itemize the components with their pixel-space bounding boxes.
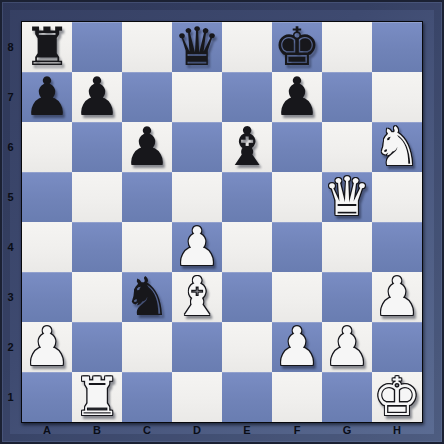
- square-h5[interactable]: [372, 172, 422, 222]
- square-a8[interactable]: ♜: [22, 22, 72, 72]
- square-d7[interactable]: [172, 72, 222, 122]
- piece-black-knight[interactable]: ♞: [123, 272, 171, 322]
- file-label-h: H: [372, 423, 422, 439]
- piece-white-pawn[interactable]: ♟: [23, 322, 71, 372]
- rank-label-8: 8: [0, 22, 21, 72]
- square-h7[interactable]: [372, 72, 422, 122]
- piece-white-king[interactable]: ♚: [373, 372, 421, 422]
- square-e2[interactable]: [222, 322, 272, 372]
- square-d6[interactable]: [172, 122, 222, 172]
- chess-board: ♜♛♚♟♟♟♟♝♞♛♟♞♝♟♟♟♟♜♚: [21, 21, 423, 423]
- square-d2[interactable]: [172, 322, 222, 372]
- file-label-a: A: [22, 423, 72, 439]
- piece-black-bishop[interactable]: ♝: [223, 122, 271, 172]
- square-c4[interactable]: [122, 222, 172, 272]
- file-label-d: D: [172, 423, 222, 439]
- piece-white-pawn[interactable]: ♟: [173, 222, 221, 272]
- rank-label-2: 2: [0, 322, 21, 372]
- file-label-b: B: [72, 423, 122, 439]
- square-g5[interactable]: ♛: [322, 172, 372, 222]
- square-g3[interactable]: [322, 272, 372, 322]
- square-b8[interactable]: [72, 22, 122, 72]
- square-h6[interactable]: ♞: [372, 122, 422, 172]
- square-g1[interactable]: [322, 372, 372, 422]
- square-c5[interactable]: [122, 172, 172, 222]
- piece-white-rook[interactable]: ♜: [73, 372, 121, 422]
- rank-label-6: 6: [0, 122, 21, 172]
- square-e1[interactable]: [222, 372, 272, 422]
- square-d3[interactable]: ♝: [172, 272, 222, 322]
- square-a5[interactable]: [22, 172, 72, 222]
- square-a2[interactable]: ♟: [22, 322, 72, 372]
- square-h1[interactable]: ♚: [372, 372, 422, 422]
- square-h8[interactable]: [372, 22, 422, 72]
- square-c1[interactable]: [122, 372, 172, 422]
- square-b1[interactable]: ♜: [72, 372, 122, 422]
- file-label-c: C: [122, 423, 172, 439]
- square-e5[interactable]: [222, 172, 272, 222]
- square-g2[interactable]: ♟: [322, 322, 372, 372]
- file-labels: ABCDEFGH: [22, 423, 422, 439]
- piece-white-pawn[interactable]: ♟: [323, 322, 371, 372]
- square-b3[interactable]: [72, 272, 122, 322]
- square-c2[interactable]: [122, 322, 172, 372]
- square-f4[interactable]: [272, 222, 322, 272]
- square-d8[interactable]: ♛: [172, 22, 222, 72]
- rank-labels: 87654321: [0, 22, 21, 422]
- square-e3[interactable]: [222, 272, 272, 322]
- piece-white-pawn[interactable]: ♟: [273, 322, 321, 372]
- piece-black-pawn[interactable]: ♟: [273, 72, 321, 122]
- piece-white-queen[interactable]: ♛: [323, 172, 371, 222]
- square-f8[interactable]: ♚: [272, 22, 322, 72]
- piece-black-queen[interactable]: ♛: [173, 22, 221, 72]
- rank-label-4: 4: [0, 222, 21, 272]
- square-f5[interactable]: [272, 172, 322, 222]
- square-c6[interactable]: ♟: [122, 122, 172, 172]
- square-g7[interactable]: [322, 72, 372, 122]
- piece-white-pawn[interactable]: ♟: [373, 272, 421, 322]
- square-h4[interactable]: [372, 222, 422, 272]
- square-g6[interactable]: [322, 122, 372, 172]
- board-frame: 87654321 ♜♛♚♟♟♟♟♝♞♛♟♞♝♟♟♟♟♜♚ ABCDEFGH: [0, 0, 444, 444]
- square-a4[interactable]: [22, 222, 72, 272]
- file-label-g: G: [322, 423, 372, 439]
- piece-black-rook[interactable]: ♜: [23, 22, 71, 72]
- square-e8[interactable]: [222, 22, 272, 72]
- square-g8[interactable]: [322, 22, 372, 72]
- square-c7[interactable]: [122, 72, 172, 122]
- square-b4[interactable]: [72, 222, 122, 272]
- square-c8[interactable]: [122, 22, 172, 72]
- piece-black-pawn[interactable]: ♟: [123, 122, 171, 172]
- rank-label-3: 3: [0, 272, 21, 322]
- square-g4[interactable]: [322, 222, 372, 272]
- file-label-e: E: [222, 423, 272, 439]
- square-b2[interactable]: [72, 322, 122, 372]
- square-a6[interactable]: [22, 122, 72, 172]
- square-f3[interactable]: [272, 272, 322, 322]
- piece-white-knight[interactable]: ♞: [373, 122, 421, 172]
- square-f6[interactable]: [272, 122, 322, 172]
- square-h2[interactable]: [372, 322, 422, 372]
- square-b5[interactable]: [72, 172, 122, 222]
- piece-black-pawn[interactable]: ♟: [23, 72, 71, 122]
- square-h3[interactable]: ♟: [372, 272, 422, 322]
- rank-label-1: 1: [0, 372, 21, 422]
- square-e7[interactable]: [222, 72, 272, 122]
- square-b6[interactable]: [72, 122, 122, 172]
- square-f7[interactable]: ♟: [272, 72, 322, 122]
- piece-white-bishop[interactable]: ♝: [173, 272, 221, 322]
- square-b7[interactable]: ♟: [72, 72, 122, 122]
- file-label-f: F: [272, 423, 322, 439]
- rank-label-5: 5: [0, 172, 21, 222]
- piece-black-pawn[interactable]: ♟: [73, 72, 121, 122]
- square-e4[interactable]: [222, 222, 272, 272]
- rank-label-7: 7: [0, 72, 21, 122]
- square-d1[interactable]: [172, 372, 222, 422]
- square-c3[interactable]: ♞: [122, 272, 172, 322]
- square-a3[interactable]: [22, 272, 72, 322]
- piece-black-king[interactable]: ♚: [273, 22, 321, 72]
- square-d4[interactable]: ♟: [172, 222, 222, 272]
- square-f2[interactable]: ♟: [272, 322, 322, 372]
- square-a1[interactable]: [22, 372, 72, 422]
- square-e6[interactable]: ♝: [222, 122, 272, 172]
- square-f1[interactable]: [272, 372, 322, 422]
- square-d5[interactable]: [172, 172, 222, 222]
- square-a7[interactable]: ♟: [22, 72, 72, 122]
